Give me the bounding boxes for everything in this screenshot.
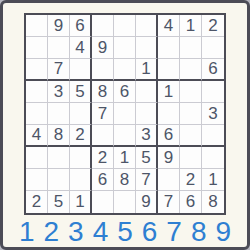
sudoku-cell-r9c6[interactable]: 9 [136, 191, 158, 213]
sudoku-cell-r1c3[interactable]: 6 [70, 15, 92, 37]
sudoku-cell-r7c3[interactable] [70, 147, 92, 169]
sudoku-cell-r2c5[interactable] [114, 37, 136, 59]
digit-keypad: 123456789 [18, 218, 232, 246]
sudoku-cell-r7c6[interactable]: 5 [136, 147, 158, 169]
sudoku-cell-r2c6[interactable] [136, 37, 158, 59]
keypad-digit-3[interactable]: 3 [67, 218, 85, 246]
sudoku-board: 96412497163586173482362159687212519768 [24, 13, 226, 215]
sudoku-cell-r3c6[interactable]: 1 [136, 59, 158, 81]
sudoku-cell-r8c5[interactable]: 8 [114, 169, 136, 191]
sudoku-cell-r6c8[interactable] [180, 125, 202, 147]
sudoku-cell-r2c7[interactable] [158, 37, 180, 59]
sudoku-cell-r8c8[interactable]: 2 [180, 169, 202, 191]
sudoku-cell-r8c3[interactable] [70, 169, 92, 191]
sudoku-cell-r6c4[interactable] [92, 125, 114, 147]
sudoku-cell-r7c1[interactable] [26, 147, 48, 169]
sudoku-cell-r2c9[interactable] [202, 37, 224, 59]
sudoku-cell-r3c9[interactable]: 6 [202, 59, 224, 81]
sudoku-cell-r9c1[interactable]: 2 [26, 191, 48, 213]
sudoku-cell-r1c2[interactable]: 9 [48, 15, 70, 37]
sudoku-cell-r6c6[interactable]: 3 [136, 125, 158, 147]
sudoku-cell-r4c2[interactable]: 3 [48, 81, 70, 103]
sudoku-cell-r3c1[interactable] [26, 59, 48, 81]
sudoku-cell-r3c2[interactable]: 7 [48, 59, 70, 81]
sudoku-app-frame: 96412497163586173482362159687212519768 1… [0, 0, 250, 250]
sudoku-cell-r8c7[interactable] [158, 169, 180, 191]
sudoku-cell-r3c7[interactable] [158, 59, 180, 81]
sudoku-cell-r4c6[interactable] [136, 81, 158, 103]
sudoku-cell-r1c9[interactable]: 2 [202, 15, 224, 37]
sudoku-cell-r9c8[interactable]: 6 [180, 191, 202, 213]
sudoku-cell-r8c4[interactable]: 6 [92, 169, 114, 191]
sudoku-cell-r6c5[interactable] [114, 125, 136, 147]
sudoku-cell-r8c9[interactable]: 1 [202, 169, 224, 191]
keypad-digit-6[interactable]: 6 [141, 218, 159, 246]
sudoku-cell-r3c8[interactable] [180, 59, 202, 81]
sudoku-cell-r5c6[interactable] [136, 103, 158, 125]
sudoku-cell-r5c4[interactable]: 7 [92, 103, 114, 125]
sudoku-cell-r9c4[interactable] [92, 191, 114, 213]
sudoku-cell-r9c3[interactable]: 1 [70, 191, 92, 213]
sudoku-cell-r8c6[interactable]: 7 [136, 169, 158, 191]
sudoku-cell-r1c5[interactable] [114, 15, 136, 37]
sudoku-cell-r7c4[interactable]: 2 [92, 147, 114, 169]
sudoku-cell-r1c1[interactable] [26, 15, 48, 37]
sudoku-cell-r2c1[interactable] [26, 37, 48, 59]
sudoku-cell-r4c1[interactable] [26, 81, 48, 103]
sudoku-cell-r4c7[interactable]: 1 [158, 81, 180, 103]
sudoku-cell-r6c9[interactable] [202, 125, 224, 147]
sudoku-cell-r9c7[interactable]: 7 [158, 191, 180, 213]
sudoku-cell-r5c1[interactable] [26, 103, 48, 125]
sudoku-cell-r9c5[interactable] [114, 191, 136, 213]
sudoku-cell-r1c7[interactable]: 4 [158, 15, 180, 37]
keypad-digit-1[interactable]: 1 [18, 218, 36, 246]
sudoku-cell-r5c5[interactable] [114, 103, 136, 125]
keypad-digit-2[interactable]: 2 [42, 218, 60, 246]
sudoku-cell-r7c2[interactable] [48, 147, 70, 169]
sudoku-cell-r9c2[interactable]: 5 [48, 191, 70, 213]
keypad-digit-7[interactable]: 7 [165, 218, 183, 246]
sudoku-cell-r3c3[interactable] [70, 59, 92, 81]
sudoku-cell-r1c8[interactable]: 1 [180, 15, 202, 37]
sudoku-cell-r9c9[interactable]: 8 [202, 191, 224, 213]
sudoku-cell-r4c4[interactable]: 8 [92, 81, 114, 103]
sudoku-cell-r6c7[interactable]: 6 [158, 125, 180, 147]
sudoku-cell-r2c3[interactable]: 4 [70, 37, 92, 59]
keypad-digit-4[interactable]: 4 [92, 218, 110, 246]
sudoku-cell-r7c7[interactable]: 9 [158, 147, 180, 169]
sudoku-cell-r5c7[interactable] [158, 103, 180, 125]
sudoku-cell-r3c4[interactable] [92, 59, 114, 81]
sudoku-cell-r5c8[interactable] [180, 103, 202, 125]
sudoku-cell-r7c5[interactable]: 1 [114, 147, 136, 169]
sudoku-cell-r4c9[interactable] [202, 81, 224, 103]
keypad-digit-9[interactable]: 9 [215, 218, 233, 246]
sudoku-cell-r5c9[interactable]: 3 [202, 103, 224, 125]
sudoku-cell-r1c6[interactable] [136, 15, 158, 37]
sudoku-cell-r4c5[interactable]: 6 [114, 81, 136, 103]
sudoku-cell-r7c8[interactable] [180, 147, 202, 169]
sudoku-cell-r6c3[interactable]: 2 [70, 125, 92, 147]
sudoku-cell-r1c4[interactable] [92, 15, 114, 37]
sudoku-cell-r2c4[interactable]: 9 [92, 37, 114, 59]
sudoku-cell-r4c3[interactable]: 5 [70, 81, 92, 103]
sudoku-cell-r8c1[interactable] [26, 169, 48, 191]
sudoku-cell-r7c9[interactable] [202, 147, 224, 169]
sudoku-cell-r8c2[interactable] [48, 169, 70, 191]
sudoku-cell-r6c1[interactable]: 4 [26, 125, 48, 147]
sudoku-cell-r3c5[interactable] [114, 59, 136, 81]
keypad-digit-5[interactable]: 5 [116, 218, 134, 246]
keypad-digit-8[interactable]: 8 [190, 218, 208, 246]
sudoku-cell-r6c2[interactable]: 8 [48, 125, 70, 147]
sudoku-cell-r4c8[interactable] [180, 81, 202, 103]
sudoku-cell-r5c3[interactable] [70, 103, 92, 125]
sudoku-cell-r2c8[interactable] [180, 37, 202, 59]
sudoku-cell-r5c2[interactable] [48, 103, 70, 125]
sudoku-cell-r2c2[interactable] [48, 37, 70, 59]
